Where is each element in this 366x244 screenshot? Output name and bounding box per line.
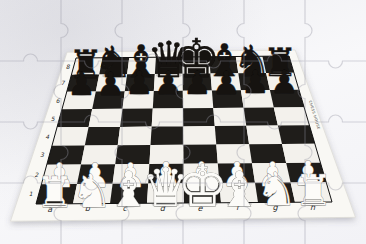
square-c4[interactable]	[118, 127, 152, 146]
square-a4[interactable]	[52, 127, 89, 146]
rank-label-4: 4	[45, 133, 49, 140]
piece-white-bishop-f1[interactable]: ♝	[218, 161, 261, 217]
piece-black-pawn-b7[interactable]: ♟	[96, 65, 125, 103]
square-e4[interactable]	[183, 126, 216, 145]
piece-black-pawn-g7[interactable]: ♟	[241, 63, 270, 101]
rank-label-1: 1	[29, 190, 33, 197]
square-h4[interactable]	[278, 125, 315, 144]
square-d4[interactable]	[151, 126, 184, 145]
square-d5[interactable]	[152, 108, 184, 126]
piece-black-pawn-a7[interactable]: ♟	[67, 65, 96, 103]
square-g5[interactable]	[244, 108, 278, 126]
square-a5[interactable]	[57, 109, 92, 127]
square-b5[interactable]	[89, 109, 123, 127]
piece-black-pawn-c7[interactable]: ♟	[125, 64, 154, 102]
piece-black-pawn-h7[interactable]: ♟	[270, 63, 299, 101]
piece-white-knight-g1[interactable]: ♞	[256, 162, 297, 216]
piece-black-pawn-e7[interactable]: ♟	[183, 64, 212, 102]
square-b4[interactable]	[85, 127, 120, 146]
photo-scene: 87654321abcdefghCHESS HOUSE ♜♞♝♛♚♝♞♜♟♟♟♟…	[0, 0, 366, 244]
square-c5[interactable]	[120, 109, 153, 127]
square-h5[interactable]	[274, 107, 310, 125]
chess-puzzle-image: 87654321abcdefghCHESS HOUSE ♜♞♝♛♚♝♞♜♟♟♟♟…	[0, 0, 366, 244]
square-e5[interactable]	[183, 108, 215, 126]
piece-black-pawn-f7[interactable]: ♟	[212, 64, 241, 102]
